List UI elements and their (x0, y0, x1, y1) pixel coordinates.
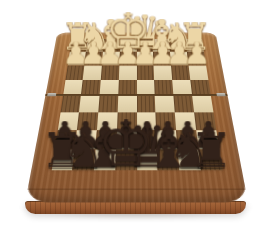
chess-board: ♜♞♝♚♛♝♞♜♟♟♟♟♟♟♟♟♟♟♟♟♟♟♟♟♜♞♝♚♛♝♞♜ (51, 38, 222, 169)
square[interactable]: ♜ (198, 149, 222, 170)
square[interactable] (118, 65, 136, 80)
piece-white-pawn[interactable]: ♟ (183, 41, 210, 65)
square[interactable] (171, 65, 190, 80)
square[interactable] (190, 80, 210, 96)
frame-groove (27, 188, 245, 190)
square[interactable] (136, 65, 154, 80)
square[interactable] (79, 95, 99, 112)
hinge-icon (216, 92, 225, 96)
piece-black-rook[interactable]: ♜ (189, 131, 232, 169)
square[interactable] (99, 80, 118, 96)
square[interactable] (153, 65, 171, 80)
square[interactable] (62, 80, 82, 96)
square[interactable] (136, 80, 154, 96)
square[interactable]: ♟ (186, 51, 205, 65)
fold-seam (45, 93, 227, 95)
square[interactable] (154, 80, 173, 96)
square[interactable] (82, 65, 101, 80)
hinge-icon (47, 92, 56, 96)
piece-black-bishop[interactable]: ♝ (145, 128, 192, 170)
square[interactable]: ♚ (115, 149, 136, 170)
chess-box: ♜♞♝♚♛♝♞♜♟♟♟♟♟♟♟♟♟♟♟♟♟♟♟♟♜♞♝♚♛♝♞♜ (25, 32, 248, 202)
square[interactable] (172, 80, 192, 96)
square[interactable] (65, 65, 85, 80)
square[interactable] (191, 95, 212, 112)
square[interactable] (118, 80, 136, 96)
scene: ♜♞♝♚♛♝♞♜♟♟♟♟♟♟♟♟♟♟♟♟♟♟♟♟♜♞♝♚♛♝♞♜ (0, 0, 270, 227)
square[interactable]: ♝ (157, 149, 179, 170)
photo-stage: ♜♞♝♚♛♝♞♜♟♟♟♟♟♟♟♟♟♟♟♟♟♟♟♟♜♞♝♚♛♝♞♜ (0, 0, 270, 227)
square[interactable] (188, 65, 208, 80)
square[interactable] (100, 65, 118, 80)
square[interactable] (173, 95, 193, 112)
square[interactable] (154, 95, 174, 112)
square[interactable] (81, 80, 101, 96)
square[interactable] (60, 95, 81, 112)
